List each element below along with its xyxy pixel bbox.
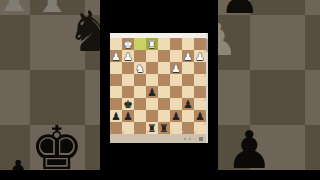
bg-square (305, 0, 320, 15)
square-d1[interactable] (158, 38, 170, 50)
square-b8[interactable]: b (182, 122, 194, 134)
white-pawn[interactable]: ♟ (122, 50, 134, 62)
square-d2[interactable] (158, 50, 170, 62)
square-f4[interactable] (134, 74, 146, 86)
scrollbar[interactable] (206, 33, 208, 143)
scrollbar-thumb[interactable] (206, 39, 208, 52)
board: ♚♜1♟♟♟♟2♞♟34♟5♚♟6♟♟♟♟7hgf♜e♜dcb8a (110, 38, 206, 134)
square-a1[interactable]: 1 (194, 38, 206, 50)
square-c1[interactable] (170, 38, 182, 50)
square-f8[interactable]: f (134, 122, 146, 134)
square-f3[interactable]: ♞ (134, 62, 146, 74)
square-g8[interactable]: g (122, 122, 134, 134)
white-pawn[interactable]: ♟ (170, 62, 182, 74)
square-b3[interactable] (182, 62, 194, 74)
square-c8[interactable]: c (170, 122, 182, 134)
square-h6[interactable] (110, 98, 122, 110)
square-g1[interactable]: ♚ (122, 38, 134, 50)
square-g6[interactable]: ♚ (122, 98, 134, 110)
square-g4[interactable] (122, 74, 134, 86)
square-g5[interactable] (122, 86, 134, 98)
square-g3[interactable] (122, 62, 134, 74)
square-b6[interactable]: ♟ (182, 98, 194, 110)
bg-square (305, 70, 320, 125)
square-d7[interactable] (158, 110, 170, 122)
white-king[interactable]: ♚ (122, 38, 134, 50)
square-h5[interactable] (110, 86, 122, 98)
square-h3[interactable] (110, 62, 122, 74)
square-f7[interactable] (134, 110, 146, 122)
square-e4[interactable] (146, 74, 158, 86)
square-e2[interactable] (146, 50, 158, 62)
top-bar-right-text: ⋮ ⋯ (194, 34, 204, 38)
white-pawn[interactable]: ♟ (182, 50, 194, 62)
bg-square (0, 15, 30, 70)
square-c7[interactable]: ♟ (170, 110, 182, 122)
square-f2[interactable] (134, 50, 146, 62)
black-pawn[interactable]: ♟ (146, 86, 158, 98)
square-c2[interactable] (170, 50, 182, 62)
square-a2[interactable]: ♟2 (194, 50, 206, 62)
square-h8[interactable]: h (110, 122, 122, 134)
square-b4[interactable] (182, 74, 194, 86)
bg-black-pawn-bottom: ♟ (226, 124, 273, 176)
square-d5[interactable] (158, 86, 170, 98)
bg-gray-bishop-left: ♝ (0, 0, 33, 18)
square-h1[interactable] (110, 38, 122, 50)
white-pawn[interactable]: ♟ (110, 50, 122, 62)
black-king[interactable]: ♚ (122, 98, 134, 110)
square-e6[interactable] (146, 98, 158, 110)
square-b1[interactable] (182, 38, 194, 50)
square-b7[interactable] (182, 110, 194, 122)
square-b5[interactable] (182, 86, 194, 98)
square-e7[interactable] (146, 110, 158, 122)
square-c4[interactable] (170, 74, 182, 86)
black-pawn[interactable]: ♟ (122, 110, 134, 122)
white-rook[interactable]: ♜ (146, 38, 158, 50)
square-a6[interactable]: 6 (194, 98, 206, 110)
square-h2[interactable]: ♟ (110, 50, 122, 62)
bg-gray-bishop-left-2: ♝ (34, 0, 70, 18)
app-bottom-bar: ± 1 ⋯ (110, 134, 206, 143)
square-e5[interactable]: ♟ (146, 86, 158, 98)
square-g2[interactable]: ♟ (122, 50, 134, 62)
bg-square (0, 70, 30, 125)
square-d6[interactable] (158, 98, 170, 110)
white-knight[interactable]: ♞ (134, 62, 146, 74)
square-c3[interactable]: ♟ (170, 62, 182, 74)
square-f1[interactable] (134, 38, 146, 50)
square-a3[interactable]: 3 (194, 62, 206, 74)
square-d4[interactable] (158, 74, 170, 86)
square-a7[interactable]: ♟7 (194, 110, 206, 122)
square-d8[interactable]: ♜d (158, 122, 170, 134)
square-a4[interactable]: 4 (194, 74, 206, 86)
square-h4[interactable] (110, 74, 122, 86)
bg-square (250, 15, 305, 70)
video-frame: ⋮ ⋯ ♚♜1♟♟♟♟2♞♟34♟5♚♟6♟♟♟♟7hgf♜e♜dcb8a ± … (0, 0, 320, 180)
bg-square (305, 15, 320, 70)
bg-black-pawn-top: ♟ (220, 0, 259, 20)
menu-button[interactable] (199, 137, 203, 141)
square-f6[interactable] (134, 98, 146, 110)
square-g7[interactable]: ♟ (122, 110, 134, 122)
bg-black-king: ♚ (30, 118, 84, 178)
square-e1[interactable]: ♜ (146, 38, 158, 50)
square-e3[interactable] (146, 62, 158, 74)
square-b2[interactable]: ♟ (182, 50, 194, 62)
square-e8[interactable]: ♜e (146, 122, 158, 134)
square-a8[interactable]: 8a (194, 122, 206, 134)
chess-app-screenshot: ⋮ ⋯ ♚♜1♟♟♟♟2♞♟34♟5♚♟6♟♟♟♟7hgf♜e♜dcb8a ± … (110, 33, 208, 143)
square-f5[interactable] (134, 86, 146, 98)
black-pawn[interactable]: ♟ (182, 98, 194, 110)
black-pawn[interactable]: ♟ (170, 110, 182, 122)
square-c5[interactable] (170, 86, 182, 98)
square-d3[interactable] (158, 62, 170, 74)
square-c6[interactable] (170, 98, 182, 110)
bottom-bar-right-text: ± 1 ⋯ (184, 137, 197, 141)
bg-square (250, 70, 305, 125)
square-h7[interactable]: ♟ (110, 110, 122, 122)
square-a5[interactable]: 5 (194, 86, 206, 98)
black-pawn[interactable]: ♟ (110, 110, 122, 122)
